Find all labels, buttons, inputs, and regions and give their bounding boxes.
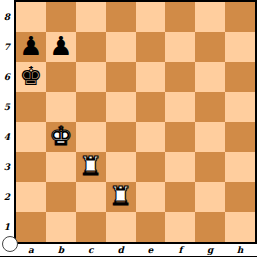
file-label-f: f: [165, 244, 195, 256]
square-c6[interactable]: [76, 62, 106, 92]
square-b1[interactable]: [46, 212, 76, 242]
square-b2[interactable]: [46, 182, 76, 212]
black-pawn-b7[interactable]: ♟: [49, 33, 72, 59]
square-d7[interactable]: [106, 32, 136, 62]
square-d8[interactable]: [106, 2, 136, 32]
square-d5[interactable]: [106, 92, 136, 122]
rank-label-2: 2: [0, 182, 14, 212]
square-e2[interactable]: [136, 182, 166, 212]
square-d2[interactable]: ♜: [106, 182, 136, 212]
square-g3[interactable]: [195, 152, 225, 182]
square-g2[interactable]: [195, 182, 225, 212]
file-labels: abcdefgh: [16, 244, 255, 256]
square-h1[interactable]: [225, 212, 255, 242]
black-pawn-a7[interactable]: ♟: [19, 33, 42, 59]
square-h3[interactable]: [225, 152, 255, 182]
square-a3[interactable]: [16, 152, 46, 182]
rank-labels: 87654321: [0, 2, 14, 242]
square-b7[interactable]: ♟: [46, 32, 76, 62]
rank-label-7: 7: [0, 32, 14, 62]
rank-label-3: 3: [0, 152, 14, 182]
square-f1[interactable]: [165, 212, 195, 242]
white-rook-c3[interactable]: ♜: [79, 153, 102, 179]
square-d6[interactable]: [106, 62, 136, 92]
file-label-h: h: [225, 244, 255, 256]
square-f4[interactable]: [165, 122, 195, 152]
square-c5[interactable]: [76, 92, 106, 122]
square-b8[interactable]: [46, 2, 76, 32]
square-c3[interactable]: ♜: [76, 152, 106, 182]
square-h8[interactable]: [225, 2, 255, 32]
square-c1[interactable]: [76, 212, 106, 242]
square-e3[interactable]: [136, 152, 166, 182]
square-e8[interactable]: [136, 2, 166, 32]
square-g8[interactable]: [195, 2, 225, 32]
square-h6[interactable]: [225, 62, 255, 92]
square-b4[interactable]: ♚: [46, 122, 76, 152]
white-king-b4[interactable]: ♚: [49, 123, 72, 149]
square-d1[interactable]: [106, 212, 136, 242]
square-f5[interactable]: [165, 92, 195, 122]
file-label-c: c: [76, 244, 106, 256]
square-e1[interactable]: [136, 212, 166, 242]
square-b6[interactable]: [46, 62, 76, 92]
white-rook-d2[interactable]: ♜: [109, 183, 132, 209]
square-c2[interactable]: [76, 182, 106, 212]
square-a6[interactable]: ♚: [16, 62, 46, 92]
square-g6[interactable]: [195, 62, 225, 92]
chess-board: ♟♟♚♚♜♜: [14, 0, 257, 244]
square-f8[interactable]: [165, 2, 195, 32]
file-label-d: d: [106, 244, 136, 256]
square-a7[interactable]: ♟: [16, 32, 46, 62]
square-a4[interactable]: [16, 122, 46, 152]
square-g4[interactable]: [195, 122, 225, 152]
file-label-e: e: [136, 244, 166, 256]
white-to-move-indicator: [2, 236, 18, 252]
square-a8[interactable]: [16, 2, 46, 32]
file-label-g: g: [195, 244, 225, 256]
square-g7[interactable]: [195, 32, 225, 62]
square-c7[interactable]: [76, 32, 106, 62]
square-a2[interactable]: [16, 182, 46, 212]
square-e7[interactable]: [136, 32, 166, 62]
square-b5[interactable]: [46, 92, 76, 122]
file-label-a: a: [16, 244, 46, 256]
square-h2[interactable]: [225, 182, 255, 212]
square-e6[interactable]: [136, 62, 166, 92]
square-d3[interactable]: [106, 152, 136, 182]
square-e5[interactable]: [136, 92, 166, 122]
square-h7[interactable]: [225, 32, 255, 62]
square-f2[interactable]: [165, 182, 195, 212]
square-f6[interactable]: [165, 62, 195, 92]
rank-label-4: 4: [0, 122, 14, 152]
square-a1[interactable]: [16, 212, 46, 242]
square-e4[interactable]: [136, 122, 166, 152]
rank-label-8: 8: [0, 2, 14, 32]
rank-label-6: 6: [0, 62, 14, 92]
black-king-a6[interactable]: ♚: [19, 63, 42, 89]
square-d4[interactable]: [106, 122, 136, 152]
square-g5[interactable]: [195, 92, 225, 122]
square-h5[interactable]: [225, 92, 255, 122]
square-f7[interactable]: [165, 32, 195, 62]
square-h4[interactable]: [225, 122, 255, 152]
chess-diagram: 87654321 ♟♟♚♚♜♜ abcdefgh: [0, 0, 257, 257]
square-g1[interactable]: [195, 212, 225, 242]
file-label-b: b: [46, 244, 76, 256]
rank-label-5: 5: [0, 92, 14, 122]
square-c4[interactable]: [76, 122, 106, 152]
square-a5[interactable]: [16, 92, 46, 122]
square-c8[interactable]: [76, 2, 106, 32]
square-b3[interactable]: [46, 152, 76, 182]
square-f3[interactable]: [165, 152, 195, 182]
